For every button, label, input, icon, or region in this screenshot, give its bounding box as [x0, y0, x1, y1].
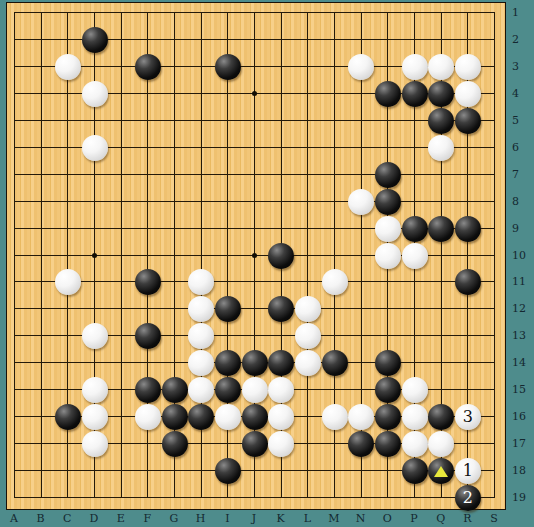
- stone-D17: [82, 431, 108, 457]
- grid-line-horizontal: [14, 281, 495, 282]
- grid-line-horizontal: [14, 497, 495, 498]
- stone-N8: [348, 189, 374, 215]
- column-label: Q: [436, 512, 445, 525]
- star-point: [252, 91, 257, 96]
- row-label: 17: [512, 437, 526, 450]
- stone-P3: [402, 54, 428, 80]
- column-label: I: [225, 512, 229, 525]
- stone-Q3: [428, 54, 454, 80]
- stone-K10: [268, 243, 294, 269]
- column-label: O: [383, 512, 392, 525]
- stone-Q9: [428, 216, 454, 242]
- column-label: F: [144, 512, 152, 525]
- column-label: E: [117, 512, 125, 525]
- stone-M14: [322, 350, 348, 376]
- column-label: G: [170, 512, 179, 525]
- stone-O10: [375, 243, 401, 269]
- star-point: [92, 253, 97, 258]
- stone-P15: [402, 377, 428, 403]
- row-label: 9: [512, 221, 519, 234]
- row-label: 5: [512, 113, 519, 126]
- stone-C16: [55, 404, 81, 430]
- column-label: J: [252, 512, 256, 525]
- go-game-screen: 312ABCDEFGHIJKLMNOPQRS123456789101112131…: [0, 0, 534, 527]
- stone-R9: [455, 216, 481, 242]
- stone-O14: [375, 350, 401, 376]
- stone-F13: [135, 323, 161, 349]
- stone-P17: [402, 431, 428, 457]
- row-label: 2: [512, 32, 519, 45]
- column-label: N: [356, 512, 366, 525]
- stone-I15: [215, 377, 241, 403]
- column-label: H: [196, 512, 206, 525]
- row-label: 12: [512, 302, 526, 315]
- grid-line-horizontal: [14, 308, 495, 309]
- move-number-label: 3: [463, 409, 473, 425]
- stone-D13: [82, 323, 108, 349]
- row-label: 8: [512, 194, 519, 207]
- row-label: 11: [512, 275, 526, 288]
- row-label: 19: [512, 491, 526, 504]
- stone-R5: [455, 108, 481, 134]
- stone-N3: [348, 54, 374, 80]
- row-label: 7: [512, 167, 519, 180]
- stone-F15: [135, 377, 161, 403]
- stone-P4: [402, 81, 428, 107]
- stone-I18: [215, 458, 241, 484]
- stone-O4: [375, 81, 401, 107]
- column-label: L: [304, 512, 311, 525]
- row-label: 16: [512, 410, 526, 423]
- stone-J15: [242, 377, 268, 403]
- row-label: 10: [512, 248, 526, 261]
- stone-J16: [242, 404, 268, 430]
- stone-Q5: [428, 108, 454, 134]
- column-label: A: [10, 512, 18, 525]
- stone-O17: [375, 431, 401, 457]
- stone-R4: [455, 81, 481, 107]
- row-label: 15: [512, 383, 526, 396]
- column-label: D: [90, 512, 99, 525]
- column-label: S: [490, 512, 498, 525]
- stone-G17: [162, 431, 188, 457]
- stone-O7: [375, 162, 401, 188]
- stone-O9: [375, 216, 401, 242]
- stone-Q4: [428, 81, 454, 107]
- stone-D16: [82, 404, 108, 430]
- stone-Q6: [428, 135, 454, 161]
- column-label: K: [277, 512, 285, 525]
- stone-R3: [455, 54, 481, 80]
- stone-G15: [162, 377, 188, 403]
- stone-D2: [82, 27, 108, 53]
- column-label: M: [328, 512, 339, 525]
- column-label: R: [463, 512, 471, 525]
- grid-line-vertical: [494, 12, 495, 498]
- stone-C3: [55, 54, 81, 80]
- stone-I3: [215, 54, 241, 80]
- row-label: 14: [512, 356, 526, 369]
- stone-L13: [295, 323, 321, 349]
- stone-R16: 3: [455, 404, 481, 430]
- stone-F3: [135, 54, 161, 80]
- column-label: C: [63, 512, 71, 525]
- stone-L14: [295, 350, 321, 376]
- stone-M11: [322, 269, 348, 295]
- column-label: B: [37, 512, 45, 525]
- stone-J14: [242, 350, 268, 376]
- stone-D6: [82, 135, 108, 161]
- stone-O8: [375, 189, 401, 215]
- grid-line-vertical: [307, 12, 308, 498]
- stone-J17: [242, 431, 268, 457]
- stone-D4: [82, 81, 108, 107]
- stone-P10: [402, 243, 428, 269]
- stone-O15: [375, 377, 401, 403]
- stone-O16: [375, 404, 401, 430]
- row-label: 6: [512, 140, 519, 153]
- row-label: 13: [512, 329, 526, 342]
- star-point: [252, 253, 257, 258]
- row-label: 3: [512, 59, 519, 72]
- stone-I16: [215, 404, 241, 430]
- stone-F16: [135, 404, 161, 430]
- row-label: 1: [512, 6, 519, 19]
- stone-G16: [162, 404, 188, 430]
- row-label: 4: [512, 86, 519, 99]
- stone-R19: 2: [455, 485, 481, 511]
- stone-R18: 1: [455, 458, 481, 484]
- stone-M16: [322, 404, 348, 430]
- row-label: 18: [512, 464, 526, 477]
- stone-D15: [82, 377, 108, 403]
- stone-I14: [215, 350, 241, 376]
- column-label: P: [410, 512, 417, 525]
- stone-P16: [402, 404, 428, 430]
- move-number-label: 2: [463, 490, 473, 506]
- move-number-label: 1: [463, 463, 473, 479]
- stone-P18: [402, 458, 428, 484]
- stone-P9: [402, 216, 428, 242]
- triangle-marker: [434, 466, 448, 477]
